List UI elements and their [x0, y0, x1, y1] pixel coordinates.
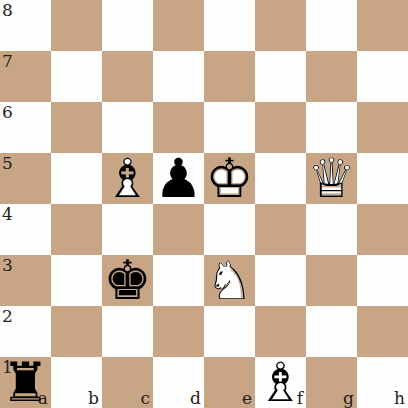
- queen-outline-glyph: ♕: [306, 153, 357, 204]
- square-e1[interactable]: e: [204, 357, 255, 408]
- bishop-outline-glyph: ♗: [102, 153, 153, 204]
- square-h1[interactable]: h: [357, 357, 408, 408]
- square-c5[interactable]: ♝♗: [102, 153, 153, 204]
- square-f6[interactable]: [255, 102, 306, 153]
- square-e6[interactable]: [204, 102, 255, 153]
- file-label-d: d: [190, 390, 201, 407]
- square-h3[interactable]: [357, 255, 408, 306]
- square-f5[interactable]: [255, 153, 306, 204]
- file-label-e: e: [242, 390, 252, 407]
- bishop-outline-glyph: ♗: [255, 357, 306, 408]
- square-h6[interactable]: [357, 102, 408, 153]
- rank-label-4: 4: [2, 206, 13, 223]
- square-a4[interactable]: 4: [0, 204, 51, 255]
- square-f7[interactable]: [255, 51, 306, 102]
- square-f2[interactable]: [255, 306, 306, 357]
- black-pawn[interactable]: ♟: [153, 153, 204, 204]
- square-a6[interactable]: 6: [0, 102, 51, 153]
- square-g8[interactable]: [306, 0, 357, 51]
- square-d4[interactable]: [153, 204, 204, 255]
- square-b7[interactable]: [51, 51, 102, 102]
- square-d5[interactable]: ♟: [153, 153, 204, 204]
- square-c8[interactable]: [102, 0, 153, 51]
- square-g7[interactable]: [306, 51, 357, 102]
- square-b8[interactable]: [51, 0, 102, 51]
- chess-board: 8765♝♗♟♚♔♛♕43♚♞♘21a♜bcdef♝♗gh: [0, 0, 408, 408]
- square-h5[interactable]: [357, 153, 408, 204]
- square-c3[interactable]: ♚: [102, 255, 153, 306]
- white-knight[interactable]: ♞♘: [204, 255, 255, 306]
- square-b1[interactable]: b: [51, 357, 102, 408]
- white-bishop[interactable]: ♝♗: [255, 357, 306, 408]
- square-h8[interactable]: [357, 0, 408, 51]
- square-f4[interactable]: [255, 204, 306, 255]
- square-d3[interactable]: [153, 255, 204, 306]
- file-label-b: b: [88, 390, 99, 407]
- white-king[interactable]: ♚♔: [204, 153, 255, 204]
- square-a3[interactable]: 3: [0, 255, 51, 306]
- square-h2[interactable]: [357, 306, 408, 357]
- square-g2[interactable]: [306, 306, 357, 357]
- square-e4[interactable]: [204, 204, 255, 255]
- black-rook[interactable]: ♜: [0, 357, 51, 408]
- square-e8[interactable]: [204, 0, 255, 51]
- file-label-g: g: [343, 390, 354, 407]
- square-g1[interactable]: g: [306, 357, 357, 408]
- square-g3[interactable]: [306, 255, 357, 306]
- square-c2[interactable]: [102, 306, 153, 357]
- square-e3[interactable]: ♞♘: [204, 255, 255, 306]
- king-outline-glyph: ♔: [204, 153, 255, 204]
- square-c6[interactable]: [102, 102, 153, 153]
- pawn-glyph: ♟: [153, 153, 204, 204]
- square-d1[interactable]: d: [153, 357, 204, 408]
- square-g4[interactable]: [306, 204, 357, 255]
- square-e7[interactable]: [204, 51, 255, 102]
- square-a2[interactable]: 2: [0, 306, 51, 357]
- rank-label-3: 3: [2, 257, 13, 274]
- square-d2[interactable]: [153, 306, 204, 357]
- square-c1[interactable]: c: [102, 357, 153, 408]
- rank-label-7: 7: [2, 53, 13, 70]
- square-g5[interactable]: ♛♕: [306, 153, 357, 204]
- rank-label-8: 8: [2, 2, 13, 19]
- white-queen[interactable]: ♛♕: [306, 153, 357, 204]
- rank-label-6: 6: [2, 104, 13, 121]
- square-c7[interactable]: [102, 51, 153, 102]
- square-c4[interactable]: [102, 204, 153, 255]
- square-f8[interactable]: [255, 0, 306, 51]
- rank-label-5: 5: [2, 155, 13, 172]
- king-glyph: ♚: [102, 255, 153, 306]
- square-b2[interactable]: [51, 306, 102, 357]
- rank-label-2: 2: [2, 308, 13, 325]
- square-f3[interactable]: [255, 255, 306, 306]
- square-b5[interactable]: [51, 153, 102, 204]
- white-bishop[interactable]: ♝♗: [102, 153, 153, 204]
- square-f1[interactable]: f♝♗: [255, 357, 306, 408]
- black-king[interactable]: ♚: [102, 255, 153, 306]
- file-label-c: c: [140, 390, 150, 407]
- square-d6[interactable]: [153, 102, 204, 153]
- rook-glyph: ♜: [0, 357, 51, 408]
- file-label-h: h: [394, 390, 405, 407]
- square-d7[interactable]: [153, 51, 204, 102]
- knight-outline-glyph: ♘: [204, 255, 255, 306]
- square-e5[interactable]: ♚♔: [204, 153, 255, 204]
- square-b4[interactable]: [51, 204, 102, 255]
- square-b3[interactable]: [51, 255, 102, 306]
- square-a7[interactable]: 7: [0, 51, 51, 102]
- square-a1[interactable]: 1a♜: [0, 357, 51, 408]
- square-g6[interactable]: [306, 102, 357, 153]
- square-b6[interactable]: [51, 102, 102, 153]
- square-h7[interactable]: [357, 51, 408, 102]
- square-a5[interactable]: 5: [0, 153, 51, 204]
- square-e2[interactable]: [204, 306, 255, 357]
- square-h4[interactable]: [357, 204, 408, 255]
- square-d8[interactable]: [153, 0, 204, 51]
- square-a8[interactable]: 8: [0, 0, 51, 51]
